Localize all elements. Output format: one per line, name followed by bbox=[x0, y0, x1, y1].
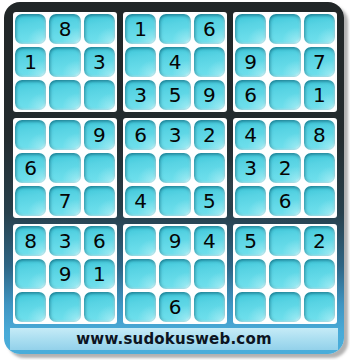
sudoku-cell-r2c3[interactable]: 3 bbox=[84, 47, 115, 77]
sudoku-box-1: 813 bbox=[13, 12, 117, 112]
sudoku-cell-r2c2[interactable] bbox=[49, 47, 80, 77]
sudoku-cell-r6c5[interactable] bbox=[159, 186, 190, 216]
sudoku-cell-r7c3[interactable]: 6 bbox=[84, 226, 115, 256]
sudoku-cell-r1c5[interactable] bbox=[159, 14, 190, 44]
sudoku-cell-r7c8[interactable] bbox=[269, 226, 300, 256]
sudoku-box-7: 83691 bbox=[13, 224, 117, 324]
sudoku-cell-r5c2[interactable] bbox=[49, 153, 80, 183]
sudoku-cell-r9c1[interactable] bbox=[15, 292, 46, 322]
sudoku-cell-r4c5[interactable]: 3 bbox=[159, 120, 190, 150]
sudoku-box-3: 9761 bbox=[233, 12, 337, 112]
sudoku-cell-r9c7[interactable] bbox=[235, 292, 266, 322]
sudoku-cell-r1c6[interactable]: 6 bbox=[194, 14, 225, 44]
sudoku-cell-r2c4[interactable] bbox=[125, 47, 156, 77]
sudoku-cell-r5c9[interactable] bbox=[304, 153, 335, 183]
sudoku-cell-r2c9[interactable]: 7 bbox=[304, 47, 335, 77]
sudoku-cell-r1c9[interactable] bbox=[304, 14, 335, 44]
sudoku-cell-r6c2[interactable]: 7 bbox=[49, 186, 80, 216]
sudoku-cell-r3c7[interactable]: 6 bbox=[235, 80, 266, 110]
sudoku-cell-r7c7[interactable]: 5 bbox=[235, 226, 266, 256]
sudoku-cell-r3c3[interactable] bbox=[84, 80, 115, 110]
sudoku-grid: 813 164359 9761 967 63245 48326 83691 94… bbox=[13, 12, 337, 324]
sudoku-cell-r5c8[interactable]: 2 bbox=[269, 153, 300, 183]
sudoku-cell-r4c8[interactable] bbox=[269, 120, 300, 150]
sudoku-cell-r6c3[interactable] bbox=[84, 186, 115, 216]
sudoku-box-2: 164359 bbox=[123, 12, 227, 112]
sudoku-cell-r2c8[interactable] bbox=[269, 47, 300, 77]
sudoku-cell-r7c4[interactable] bbox=[125, 226, 156, 256]
sudoku-cell-r1c7[interactable] bbox=[235, 14, 266, 44]
sudoku-cell-r4c7[interactable]: 4 bbox=[235, 120, 266, 150]
sudoku-cell-r4c4[interactable]: 6 bbox=[125, 120, 156, 150]
sudoku-cell-r5c1[interactable]: 6 bbox=[15, 153, 46, 183]
sudoku-cell-r1c3[interactable] bbox=[84, 14, 115, 44]
sudoku-cell-r3c2[interactable] bbox=[49, 80, 80, 110]
site-url[interactable]: www.sudokusweb.com bbox=[76, 330, 271, 348]
sudoku-cell-r7c6[interactable]: 4 bbox=[194, 226, 225, 256]
sudoku-cell-r6c4[interactable]: 4 bbox=[125, 186, 156, 216]
sudoku-screenshot: 813 164359 9761 967 63245 48326 83691 94… bbox=[0, 0, 350, 360]
sudoku-cell-r8c7[interactable] bbox=[235, 259, 266, 289]
sudoku-cell-r2c7[interactable]: 9 bbox=[235, 47, 266, 77]
sudoku-cell-r7c9[interactable]: 2 bbox=[304, 226, 335, 256]
sudoku-cell-r9c6[interactable] bbox=[194, 292, 225, 322]
sudoku-cell-r3c4[interactable]: 3 bbox=[125, 80, 156, 110]
sudoku-cell-r5c6[interactable] bbox=[194, 153, 225, 183]
sudoku-cell-r3c9[interactable]: 1 bbox=[304, 80, 335, 110]
sudoku-cell-r1c1[interactable] bbox=[15, 14, 46, 44]
sudoku-cell-r6c6[interactable]: 5 bbox=[194, 186, 225, 216]
sudoku-cell-r3c5[interactable]: 5 bbox=[159, 80, 190, 110]
sudoku-cell-r9c8[interactable] bbox=[269, 292, 300, 322]
sudoku-cell-r2c6[interactable] bbox=[194, 47, 225, 77]
sudoku-cell-r5c5[interactable] bbox=[159, 153, 190, 183]
sudoku-cell-r8c9[interactable] bbox=[304, 259, 335, 289]
sudoku-cell-r8c6[interactable] bbox=[194, 259, 225, 289]
sudoku-cell-r8c3[interactable]: 1 bbox=[84, 259, 115, 289]
sudoku-cell-r6c9[interactable] bbox=[304, 186, 335, 216]
sudoku-cell-r4c1[interactable] bbox=[15, 120, 46, 150]
sudoku-cell-r4c3[interactable]: 9 bbox=[84, 120, 115, 150]
sudoku-cell-r8c1[interactable] bbox=[15, 259, 46, 289]
sudoku-cell-r5c4[interactable] bbox=[125, 153, 156, 183]
sudoku-cell-r7c2[interactable]: 3 bbox=[49, 226, 80, 256]
sudoku-cell-r1c4[interactable]: 1 bbox=[125, 14, 156, 44]
sudoku-cell-r2c5[interactable]: 4 bbox=[159, 47, 190, 77]
sudoku-cell-r5c3[interactable] bbox=[84, 153, 115, 183]
sudoku-cell-r1c2[interactable]: 8 bbox=[49, 14, 80, 44]
sudoku-cell-r9c2[interactable] bbox=[49, 292, 80, 322]
sudoku-cell-r3c8[interactable] bbox=[269, 80, 300, 110]
sudoku-box-6: 48326 bbox=[233, 118, 337, 218]
sudoku-cell-r1c8[interactable] bbox=[269, 14, 300, 44]
sudoku-cell-r4c6[interactable]: 2 bbox=[194, 120, 225, 150]
sudoku-box-9: 52 bbox=[233, 224, 337, 324]
sudoku-cell-r2c1[interactable]: 1 bbox=[15, 47, 46, 77]
sudoku-cell-r8c4[interactable] bbox=[125, 259, 156, 289]
sudoku-cell-r3c6[interactable]: 9 bbox=[194, 80, 225, 110]
sudoku-box-8: 946 bbox=[123, 224, 227, 324]
sudoku-cell-r9c4[interactable] bbox=[125, 292, 156, 322]
sudoku-cell-r6c1[interactable] bbox=[15, 186, 46, 216]
sudoku-cell-r9c3[interactable] bbox=[84, 292, 115, 322]
sudoku-box-4: 967 bbox=[13, 118, 117, 218]
footer-band: www.sudokusweb.com bbox=[10, 328, 338, 350]
sudoku-cell-r9c5[interactable]: 6 bbox=[159, 292, 190, 322]
sudoku-box-5: 63245 bbox=[123, 118, 227, 218]
sudoku-cell-r8c8[interactable] bbox=[269, 259, 300, 289]
sudoku-cell-r5c7[interactable]: 3 bbox=[235, 153, 266, 183]
sudoku-cell-r4c9[interactable]: 8 bbox=[304, 120, 335, 150]
board-frame: 813 164359 9761 967 63245 48326 83691 94… bbox=[4, 2, 344, 354]
sudoku-cell-r9c9[interactable] bbox=[304, 292, 335, 322]
sudoku-cell-r6c7[interactable] bbox=[235, 186, 266, 216]
sudoku-cell-r4c2[interactable] bbox=[49, 120, 80, 150]
sudoku-cell-r3c1[interactable] bbox=[15, 80, 46, 110]
sudoku-cell-r7c1[interactable]: 8 bbox=[15, 226, 46, 256]
sudoku-cell-r7c5[interactable]: 9 bbox=[159, 226, 190, 256]
sudoku-cell-r6c8[interactable]: 6 bbox=[269, 186, 300, 216]
sudoku-cell-r8c2[interactable]: 9 bbox=[49, 259, 80, 289]
sudoku-cell-r8c5[interactable] bbox=[159, 259, 190, 289]
